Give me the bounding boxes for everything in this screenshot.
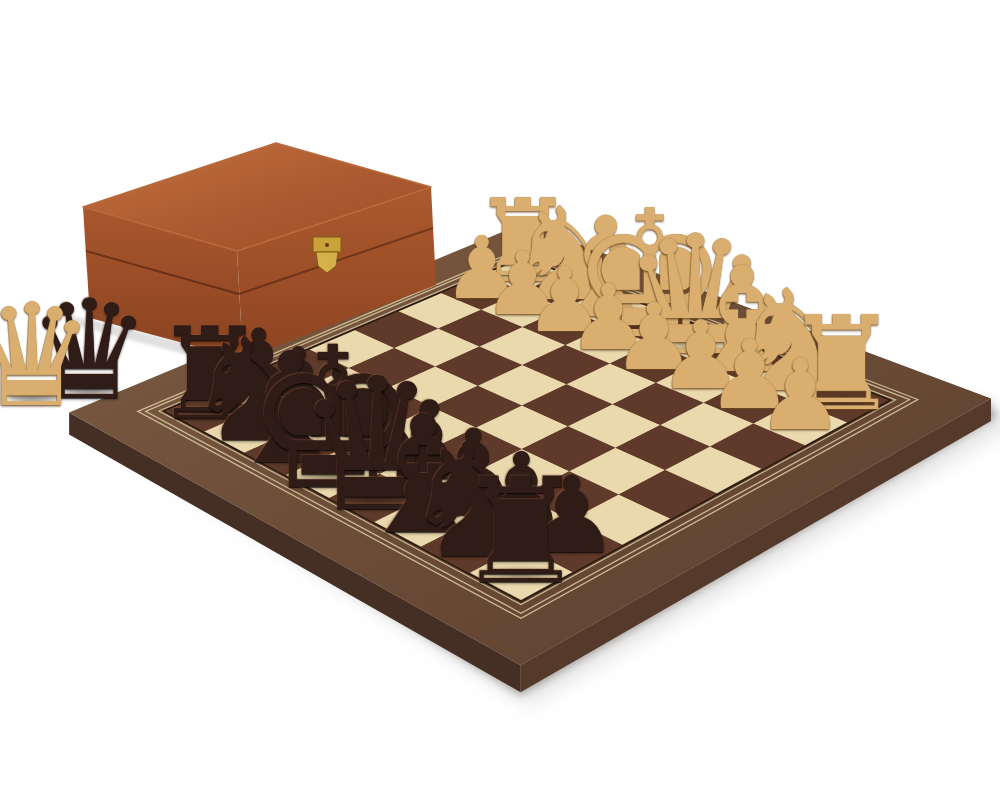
spare-queen-shadow bbox=[8, 392, 62, 402]
spare-queen-shadow bbox=[66, 386, 118, 395]
scene-svg bbox=[0, 0, 1000, 800]
box-clasp-keyhole bbox=[325, 243, 329, 247]
product-photo-stage: ♜♞♟♝♟♚♟♛♟♝♟♞♟♟♜♟♟♜♟♟♞♟♝♟♚♟♛♟♝♟♞♜♛♛ bbox=[0, 0, 1000, 800]
